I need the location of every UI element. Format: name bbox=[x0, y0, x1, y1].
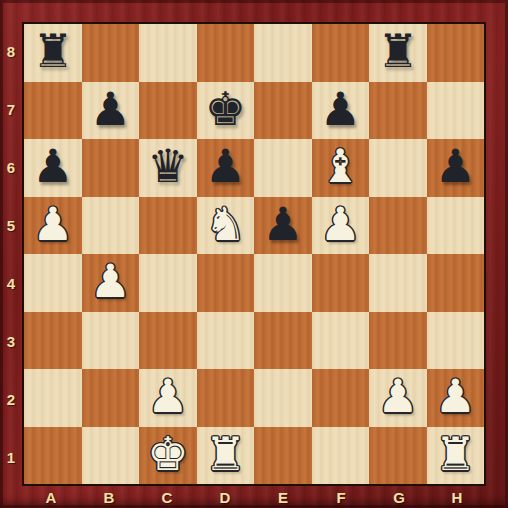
file-label-H: H bbox=[428, 486, 486, 508]
square-d6[interactable]: ♟ bbox=[197, 139, 255, 197]
square-f1[interactable] bbox=[312, 427, 370, 485]
square-b6[interactable] bbox=[82, 139, 140, 197]
square-d7[interactable]: ♚ bbox=[197, 82, 255, 140]
black-king-d7[interactable]: ♚ bbox=[197, 82, 255, 140]
rank-label-7: 7 bbox=[0, 80, 22, 138]
square-b4[interactable]: ♟ bbox=[82, 254, 140, 312]
square-e1[interactable] bbox=[254, 427, 312, 485]
square-a8[interactable]: ♜ bbox=[24, 24, 82, 82]
square-d1[interactable]: ♜ bbox=[197, 427, 255, 485]
square-h2[interactable]: ♟ bbox=[427, 369, 485, 427]
square-d5[interactable]: ♞ bbox=[197, 197, 255, 255]
square-f3[interactable] bbox=[312, 312, 370, 370]
square-e2[interactable] bbox=[254, 369, 312, 427]
square-a6[interactable]: ♟ bbox=[24, 139, 82, 197]
square-g5[interactable] bbox=[369, 197, 427, 255]
square-d2[interactable] bbox=[197, 369, 255, 427]
square-f6[interactable]: ♝ bbox=[312, 139, 370, 197]
black-pawn-a6[interactable]: ♟ bbox=[24, 139, 82, 197]
white-knight-d5[interactable]: ♞ bbox=[197, 197, 255, 255]
square-g3[interactable] bbox=[369, 312, 427, 370]
square-b3[interactable] bbox=[82, 312, 140, 370]
square-e5[interactable]: ♟ bbox=[254, 197, 312, 255]
square-c5[interactable] bbox=[139, 197, 197, 255]
black-pawn-b7[interactable]: ♟ bbox=[82, 82, 140, 140]
square-b8[interactable] bbox=[82, 24, 140, 82]
square-c1[interactable]: ♚ bbox=[139, 427, 197, 485]
square-f4[interactable] bbox=[312, 254, 370, 312]
rank-label-6: 6 bbox=[0, 138, 22, 196]
square-g2[interactable]: ♟ bbox=[369, 369, 427, 427]
square-c6[interactable]: ♛ bbox=[139, 139, 197, 197]
square-g8[interactable]: ♜ bbox=[369, 24, 427, 82]
square-g6[interactable] bbox=[369, 139, 427, 197]
file-label-G: G bbox=[370, 486, 428, 508]
square-a1[interactable] bbox=[24, 427, 82, 485]
file-label-B: B bbox=[80, 486, 138, 508]
black-pawn-f7[interactable]: ♟ bbox=[312, 82, 370, 140]
square-h6[interactable]: ♟ bbox=[427, 139, 485, 197]
square-f5[interactable]: ♟ bbox=[312, 197, 370, 255]
white-rook-h1[interactable]: ♜ bbox=[427, 427, 485, 485]
white-king-c1[interactable]: ♚ bbox=[139, 427, 197, 485]
file-label-E: E bbox=[254, 486, 312, 508]
chess-frame: ♜♜♟♚♟♟♛♟♝♟♟♞♟♟♟♟♟♟♚♜♜ 87654321ABCDEFGH bbox=[0, 0, 508, 508]
square-e4[interactable] bbox=[254, 254, 312, 312]
rank-label-1: 1 bbox=[0, 428, 22, 486]
rank-label-8: 8 bbox=[0, 22, 22, 80]
square-b1[interactable] bbox=[82, 427, 140, 485]
square-f7[interactable]: ♟ bbox=[312, 82, 370, 140]
white-rook-d1[interactable]: ♜ bbox=[197, 427, 255, 485]
square-f8[interactable] bbox=[312, 24, 370, 82]
square-b5[interactable] bbox=[82, 197, 140, 255]
rank-label-4: 4 bbox=[0, 254, 22, 312]
white-pawn-a5[interactable]: ♟ bbox=[24, 197, 82, 255]
black-rook-g8[interactable]: ♜ bbox=[369, 24, 427, 82]
rank-label-2: 2 bbox=[0, 370, 22, 428]
square-d8[interactable] bbox=[197, 24, 255, 82]
white-pawn-b4[interactable]: ♟ bbox=[82, 254, 140, 312]
square-e6[interactable] bbox=[254, 139, 312, 197]
file-label-C: C bbox=[138, 486, 196, 508]
square-c3[interactable] bbox=[139, 312, 197, 370]
black-queen-c6[interactable]: ♛ bbox=[139, 139, 197, 197]
square-b2[interactable] bbox=[82, 369, 140, 427]
chess-board: ♜♜♟♚♟♟♛♟♝♟♟♞♟♟♟♟♟♟♚♜♜ bbox=[22, 22, 486, 486]
rank-label-5: 5 bbox=[0, 196, 22, 254]
square-c8[interactable] bbox=[139, 24, 197, 82]
square-h3[interactable] bbox=[427, 312, 485, 370]
square-f2[interactable] bbox=[312, 369, 370, 427]
square-e7[interactable] bbox=[254, 82, 312, 140]
square-e3[interactable] bbox=[254, 312, 312, 370]
square-h7[interactable] bbox=[427, 82, 485, 140]
square-d3[interactable] bbox=[197, 312, 255, 370]
square-c2[interactable]: ♟ bbox=[139, 369, 197, 427]
square-d4[interactable] bbox=[197, 254, 255, 312]
square-c7[interactable] bbox=[139, 82, 197, 140]
black-rook-a8[interactable]: ♜ bbox=[24, 24, 82, 82]
white-pawn-h2[interactable]: ♟ bbox=[427, 369, 485, 427]
file-label-F: F bbox=[312, 486, 370, 508]
square-g4[interactable] bbox=[369, 254, 427, 312]
square-a4[interactable] bbox=[24, 254, 82, 312]
square-h5[interactable] bbox=[427, 197, 485, 255]
file-label-D: D bbox=[196, 486, 254, 508]
square-a5[interactable]: ♟ bbox=[24, 197, 82, 255]
rank-label-3: 3 bbox=[0, 312, 22, 370]
square-a2[interactable] bbox=[24, 369, 82, 427]
black-pawn-e5[interactable]: ♟ bbox=[254, 197, 312, 255]
square-e8[interactable] bbox=[254, 24, 312, 82]
white-bishop-f6[interactable]: ♝ bbox=[312, 139, 370, 197]
square-g7[interactable] bbox=[369, 82, 427, 140]
black-pawn-h6[interactable]: ♟ bbox=[427, 139, 485, 197]
black-pawn-d6[interactable]: ♟ bbox=[197, 139, 255, 197]
square-h1[interactable]: ♜ bbox=[427, 427, 485, 485]
square-h8[interactable] bbox=[427, 24, 485, 82]
white-pawn-g2[interactable]: ♟ bbox=[369, 369, 427, 427]
square-a7[interactable] bbox=[24, 82, 82, 140]
square-c4[interactable] bbox=[139, 254, 197, 312]
square-h4[interactable] bbox=[427, 254, 485, 312]
white-pawn-c2[interactable]: ♟ bbox=[139, 369, 197, 427]
file-label-A: A bbox=[22, 486, 80, 508]
square-a3[interactable] bbox=[24, 312, 82, 370]
white-pawn-f5[interactable]: ♟ bbox=[312, 197, 370, 255]
square-b7[interactable]: ♟ bbox=[82, 82, 140, 140]
square-g1[interactable] bbox=[369, 427, 427, 485]
